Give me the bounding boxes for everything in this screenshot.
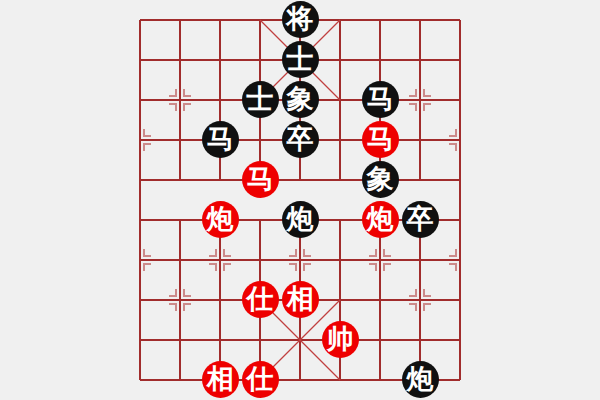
xiangqi-app: 将士士象马马卒马马象炮炮炮卒仕相帅相仕炮	[0, 0, 600, 400]
piece-black-elephant[interactable]: 象	[282, 81, 319, 118]
pieces-layer: 将士士象马马卒马马象炮炮炮卒仕相帅相仕炮	[120, 0, 480, 400]
piece-black-cannon[interactable]: 炮	[402, 361, 439, 398]
piece-red-advisor[interactable]: 仕	[242, 281, 279, 318]
piece-black-soldier[interactable]: 卒	[282, 121, 319, 158]
piece-red-general[interactable]: 帅	[322, 321, 359, 358]
piece-red-horse[interactable]: 马	[362, 121, 399, 158]
piece-black-elephant[interactable]: 象	[362, 161, 399, 198]
piece-black-advisor[interactable]: 士	[242, 81, 279, 118]
piece-black-general[interactable]: 将	[282, 1, 319, 38]
piece-red-horse[interactable]: 马	[242, 161, 279, 198]
piece-red-elephant[interactable]: 相	[282, 281, 319, 318]
piece-red-advisor[interactable]: 仕	[242, 361, 279, 398]
piece-black-horse[interactable]: 马	[202, 121, 239, 158]
piece-black-advisor[interactable]: 士	[282, 41, 319, 78]
piece-red-cannon[interactable]: 炮	[202, 201, 239, 238]
piece-red-cannon[interactable]: 炮	[362, 201, 399, 238]
xiangqi-board: 将士士象马马卒马马象炮炮炮卒仕相帅相仕炮	[120, 0, 480, 400]
piece-black-horse[interactable]: 马	[362, 81, 399, 118]
piece-black-soldier[interactable]: 卒	[402, 201, 439, 238]
piece-black-cannon[interactable]: 炮	[282, 201, 319, 238]
piece-red-elephant[interactable]: 相	[202, 361, 239, 398]
